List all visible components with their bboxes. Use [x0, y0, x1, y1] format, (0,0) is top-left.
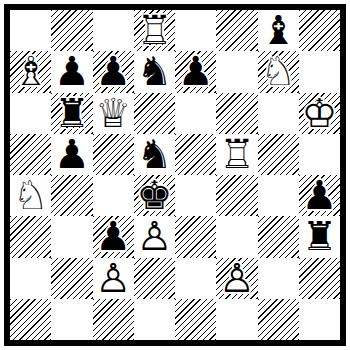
piece-black-knight[interactable]: ♞♞ — [134, 134, 175, 175]
square-c8[interactable] — [93, 10, 134, 51]
black-pawn-glyph: ♟ — [299, 175, 340, 216]
square-e1[interactable] — [175, 299, 216, 340]
piece-white-rook[interactable]: ♜♖ — [134, 10, 175, 51]
black-knight-glyph: ♞ — [134, 134, 175, 175]
square-h6[interactable]: ♚♔ — [299, 93, 340, 134]
square-f8[interactable] — [216, 10, 257, 51]
black-rook-glyph: ♜ — [299, 216, 340, 257]
white-rook-glyph: ♖ — [216, 134, 257, 175]
white-pawn-glyph: ♙ — [134, 216, 175, 257]
piece-white-pawn[interactable]: ♟♙ — [93, 258, 134, 299]
square-g4[interactable] — [258, 175, 299, 216]
square-b8[interactable] — [51, 10, 92, 51]
square-f6[interactable] — [216, 93, 257, 134]
square-g6[interactable] — [258, 93, 299, 134]
square-c1[interactable] — [93, 299, 134, 340]
square-h5[interactable] — [299, 134, 340, 175]
square-e6[interactable] — [175, 93, 216, 134]
square-b4[interactable] — [51, 175, 92, 216]
square-b5[interactable]: ♟♟ — [51, 134, 92, 175]
square-b6[interactable]: ♜♜ — [51, 93, 92, 134]
piece-white-bishop[interactable]: ♝♗ — [10, 51, 51, 92]
square-f1[interactable] — [216, 299, 257, 340]
piece-black-pawn[interactable]: ♟♟ — [51, 51, 92, 92]
piece-black-king[interactable]: ♚♚ — [134, 175, 175, 216]
piece-black-pawn[interactable]: ♟♟ — [175, 51, 216, 92]
black-pawn-glyph: ♟ — [93, 216, 134, 257]
piece-white-queen[interactable]: ♛♕ — [93, 93, 134, 134]
piece-black-pawn[interactable]: ♟♟ — [299, 175, 340, 216]
black-king-glyph: ♚ — [134, 175, 175, 216]
square-a8[interactable] — [10, 10, 51, 51]
square-g7[interactable]: ♞♘ — [258, 51, 299, 92]
piece-white-knight[interactable]: ♞♘ — [258, 51, 299, 92]
square-f5[interactable]: ♜♖ — [216, 134, 257, 175]
square-g5[interactable] — [258, 134, 299, 175]
black-pawn-glyph: ♟ — [175, 51, 216, 92]
square-e5[interactable] — [175, 134, 216, 175]
square-d4[interactable]: ♚♚ — [134, 175, 175, 216]
square-d7[interactable]: ♞♞ — [134, 51, 175, 92]
piece-black-pawn[interactable]: ♟♟ — [93, 216, 134, 257]
white-bishop-glyph: ♗ — [10, 51, 51, 92]
piece-black-pawn[interactable]: ♟♟ — [93, 51, 134, 92]
square-g2[interactable] — [258, 258, 299, 299]
square-f3[interactable] — [216, 216, 257, 257]
square-f2[interactable]: ♟♙ — [216, 258, 257, 299]
piece-black-bishop[interactable]: ♝♝ — [258, 10, 299, 51]
square-f4[interactable] — [216, 175, 257, 216]
square-a6[interactable] — [10, 93, 51, 134]
square-d1[interactable] — [134, 299, 175, 340]
square-e7[interactable]: ♟♟ — [175, 51, 216, 92]
square-h8[interactable] — [299, 10, 340, 51]
square-d6[interactable] — [134, 93, 175, 134]
square-e3[interactable] — [175, 216, 216, 257]
black-pawn-glyph: ♟ — [51, 134, 92, 175]
piece-black-pawn[interactable]: ♟♟ — [51, 134, 92, 175]
square-h4[interactable]: ♟♟ — [299, 175, 340, 216]
black-rook-glyph: ♜ — [51, 93, 92, 134]
piece-white-king[interactable]: ♚♔ — [299, 93, 340, 134]
square-d8[interactable]: ♜♖ — [134, 10, 175, 51]
square-a1[interactable] — [10, 299, 51, 340]
square-d3[interactable]: ♟♙ — [134, 216, 175, 257]
square-a5[interactable] — [10, 134, 51, 175]
square-b1[interactable] — [51, 299, 92, 340]
white-pawn-glyph: ♙ — [93, 258, 134, 299]
white-knight-glyph: ♘ — [10, 175, 51, 216]
square-h2[interactable] — [299, 258, 340, 299]
square-d5[interactable]: ♞♞ — [134, 134, 175, 175]
square-c4[interactable] — [93, 175, 134, 216]
square-c7[interactable]: ♟♟ — [93, 51, 134, 92]
square-e8[interactable] — [175, 10, 216, 51]
black-pawn-glyph: ♟ — [51, 51, 92, 92]
square-g3[interactable] — [258, 216, 299, 257]
square-h1[interactable] — [299, 299, 340, 340]
square-c6[interactable]: ♛♕ — [93, 93, 134, 134]
square-h3[interactable]: ♜♜ — [299, 216, 340, 257]
piece-black-rook[interactable]: ♜♜ — [51, 93, 92, 134]
square-g1[interactable] — [258, 299, 299, 340]
piece-white-rook[interactable]: ♜♖ — [216, 134, 257, 175]
square-e2[interactable] — [175, 258, 216, 299]
square-a4[interactable]: ♞♘ — [10, 175, 51, 216]
square-a3[interactable] — [10, 216, 51, 257]
square-c3[interactable]: ♟♟ — [93, 216, 134, 257]
black-bishop-glyph: ♝ — [258, 10, 299, 51]
square-h7[interactable] — [299, 51, 340, 92]
square-g8[interactable]: ♝♝ — [258, 10, 299, 51]
white-king-glyph: ♔ — [299, 93, 340, 134]
square-d2[interactable] — [134, 258, 175, 299]
white-queen-glyph: ♕ — [93, 93, 134, 134]
black-knight-glyph: ♞ — [134, 51, 175, 92]
white-rook-glyph: ♖ — [134, 10, 175, 51]
square-c5[interactable] — [93, 134, 134, 175]
square-a2[interactable] — [10, 258, 51, 299]
white-knight-glyph: ♘ — [258, 51, 299, 92]
square-b3[interactable] — [51, 216, 92, 257]
square-a7[interactable]: ♝♗ — [10, 51, 51, 92]
square-c2[interactable]: ♟♙ — [93, 258, 134, 299]
piece-white-pawn[interactable]: ♟♙ — [216, 258, 257, 299]
piece-black-knight[interactable]: ♞♞ — [134, 51, 175, 92]
chess-board-frame: ♜♖♝♝♝♗♟♟♟♟♞♞♟♟♞♘♜♜♛♕♚♔♟♟♞♞♜♖♞♘♚♚♟♟♟♟♟♙♜♜… — [4, 4, 346, 346]
black-pawn-glyph: ♟ — [93, 51, 134, 92]
square-e4[interactable] — [175, 175, 216, 216]
white-pawn-glyph: ♙ — [216, 258, 257, 299]
piece-white-knight[interactable]: ♞♘ — [10, 175, 51, 216]
piece-black-rook[interactable]: ♜♜ — [299, 216, 340, 257]
chess-board: ♜♖♝♝♝♗♟♟♟♟♞♞♟♟♞♘♜♜♛♕♚♔♟♟♞♞♜♖♞♘♚♚♟♟♟♟♟♙♜♜… — [10, 10, 340, 340]
piece-white-pawn[interactable]: ♟♙ — [134, 216, 175, 257]
square-b2[interactable] — [51, 258, 92, 299]
square-f7[interactable] — [216, 51, 257, 92]
square-b7[interactable]: ♟♟ — [51, 51, 92, 92]
